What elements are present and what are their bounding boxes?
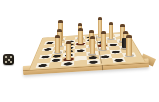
die-pip bbox=[5, 61, 7, 63]
peg-cap bbox=[78, 23, 82, 26]
black-die[interactable] bbox=[3, 54, 14, 65]
peg-cap bbox=[89, 30, 94, 33]
peg-cap bbox=[58, 20, 62, 23]
board-cell[interactable] bbox=[124, 56, 139, 61]
peg-cap bbox=[98, 17, 102, 20]
black-counter[interactable]: ● bbox=[87, 59, 100, 64]
peg-cap bbox=[120, 24, 125, 27]
wooden-peg[interactable] bbox=[55, 35, 60, 53]
photo-stage: ●●●●●●●●●●●●●●●●●●●●●●●●● bbox=[0, 0, 159, 102]
board-cell[interactable]: ● bbox=[61, 61, 74, 66]
peg-cap bbox=[57, 29, 62, 32]
board-cell[interactable]: ● bbox=[87, 59, 100, 64]
peg-cap bbox=[109, 22, 114, 25]
peg-cap bbox=[101, 31, 106, 34]
peg-cap bbox=[90, 36, 95, 39]
black-counter[interactable]: ● bbox=[61, 61, 74, 66]
peg-cap bbox=[123, 31, 128, 34]
peg-cap bbox=[78, 28, 83, 31]
wooden-peg[interactable] bbox=[126, 35, 132, 56]
wooden-peg[interactable] bbox=[90, 36, 95, 54]
die-pip bbox=[10, 56, 12, 58]
board-cell[interactable] bbox=[74, 60, 87, 65]
wooden-peg[interactable] bbox=[66, 41, 71, 60]
die-pip bbox=[10, 61, 12, 63]
board-cell[interactable] bbox=[48, 62, 62, 68]
peg-cap bbox=[66, 41, 71, 44]
die-pip bbox=[5, 56, 7, 58]
wooden-peg[interactable] bbox=[78, 28, 83, 44]
wooden-peg[interactable] bbox=[101, 31, 106, 49]
wooden-peg[interactable] bbox=[109, 22, 114, 39]
peg-cap bbox=[55, 35, 60, 38]
peg-cap bbox=[126, 35, 132, 38]
die-pip bbox=[8, 59, 10, 61]
